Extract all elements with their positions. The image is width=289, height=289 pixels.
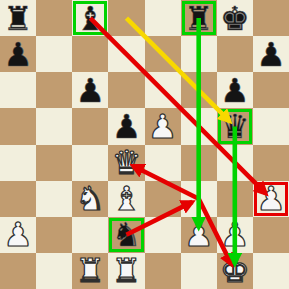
piece-black-queen-g5[interactable]: ♛ (220, 110, 250, 143)
square-e4[interactable] (145, 145, 181, 181)
square-d4[interactable]: ♛ (108, 145, 144, 181)
square-c3[interactable]: ♞ (72, 181, 108, 217)
square-c2[interactable] (72, 217, 108, 253)
piece-black-pawn-a7[interactable]: ♟ (3, 38, 33, 71)
piece-black-pawn-c6[interactable]: ♟ (76, 74, 106, 107)
piece-black-king-g8[interactable]: ♚ (220, 2, 250, 35)
square-g5[interactable]: ♛ (217, 108, 253, 144)
square-e1[interactable] (145, 253, 181, 289)
piece-black-bishop-c8[interactable]: ♝ (76, 2, 106, 35)
piece-black-pawn-g6[interactable]: ♟ (220, 74, 250, 107)
piece-white-pawn-g2[interactable]: ♟ (220, 218, 250, 251)
square-g8[interactable]: ♚ (217, 0, 253, 36)
piece-black-pawn-h7[interactable]: ♟ (256, 38, 286, 71)
square-h7[interactable]: ♟ (253, 36, 289, 72)
square-e7[interactable] (145, 36, 181, 72)
square-d3[interactable]: ♝ (108, 181, 144, 217)
square-f6[interactable] (181, 72, 217, 108)
piece-white-pawn-a2[interactable]: ♟ (3, 218, 33, 251)
square-a7[interactable]: ♟ (0, 36, 36, 72)
square-b6[interactable] (36, 72, 72, 108)
piece-black-pawn-d5[interactable]: ♟ (112, 110, 142, 143)
square-f3[interactable] (181, 181, 217, 217)
square-d1[interactable]: ♜ (108, 253, 144, 289)
square-b4[interactable] (36, 145, 72, 181)
square-f8[interactable]: ♜ (181, 0, 217, 36)
piece-black-rook-f8[interactable]: ♜ (184, 2, 214, 35)
square-g1[interactable]: ♚ (217, 253, 253, 289)
square-f4[interactable] (181, 145, 217, 181)
square-d5[interactable]: ♟ (108, 108, 144, 144)
square-a3[interactable] (0, 181, 36, 217)
square-c8[interactable]: ♝ (72, 0, 108, 36)
square-f7[interactable] (181, 36, 217, 72)
square-e8[interactable] (145, 0, 181, 36)
piece-white-queen-d4[interactable]: ♛ (112, 146, 142, 179)
piece-black-knight-d2[interactable]: ♞ (112, 218, 142, 251)
square-c1[interactable]: ♜ (72, 253, 108, 289)
square-a5[interactable] (0, 108, 36, 144)
piece-white-pawn-f2[interactable]: ♟ (184, 218, 214, 251)
square-g4[interactable] (217, 145, 253, 181)
square-f2[interactable]: ♟ (181, 217, 217, 253)
piece-white-knight-c3[interactable]: ♞ (76, 182, 106, 215)
square-c5[interactable] (72, 108, 108, 144)
square-d2[interactable]: ♞ (108, 217, 144, 253)
square-c7[interactable] (72, 36, 108, 72)
square-a8[interactable]: ♜ (0, 0, 36, 36)
square-d7[interactable] (108, 36, 144, 72)
piece-white-pawn-e5[interactable]: ♟ (148, 110, 178, 143)
square-c4[interactable] (72, 145, 108, 181)
square-f1[interactable] (181, 253, 217, 289)
square-a2[interactable]: ♟ (0, 217, 36, 253)
square-d6[interactable] (108, 72, 144, 108)
square-b1[interactable] (36, 253, 72, 289)
square-b8[interactable] (36, 0, 72, 36)
square-a6[interactable] (0, 72, 36, 108)
square-g7[interactable] (217, 36, 253, 72)
square-c6[interactable]: ♟ (72, 72, 108, 108)
square-h2[interactable] (253, 217, 289, 253)
square-h1[interactable] (253, 253, 289, 289)
board-grid: ♜♝♜♚♟♟♟♟♟♟♛♛♞♝♟♟♞♟♟♜♜♚ (0, 0, 289, 289)
square-h3[interactable]: ♟ (253, 181, 289, 217)
piece-white-rook-c1[interactable]: ♜ (76, 254, 106, 287)
piece-white-rook-d1[interactable]: ♜ (112, 254, 142, 287)
square-h8[interactable] (253, 0, 289, 36)
square-b2[interactable] (36, 217, 72, 253)
square-e2[interactable] (145, 217, 181, 253)
piece-white-bishop-d3[interactable]: ♝ (112, 182, 142, 215)
square-h6[interactable] (253, 72, 289, 108)
chess-board: ♜♝♜♚♟♟♟♟♟♟♛♛♞♝♟♟♞♟♟♜♜♚ (0, 0, 289, 289)
square-h4[interactable] (253, 145, 289, 181)
square-g2[interactable]: ♟ (217, 217, 253, 253)
piece-white-king-g1[interactable]: ♚ (220, 254, 250, 287)
piece-black-rook-a8[interactable]: ♜ (3, 2, 33, 35)
square-b3[interactable] (36, 181, 72, 217)
square-f5[interactable] (181, 108, 217, 144)
square-e3[interactable] (145, 181, 181, 217)
square-b7[interactable] (36, 36, 72, 72)
square-h5[interactable] (253, 108, 289, 144)
square-e6[interactable] (145, 72, 181, 108)
square-d8[interactable] (108, 0, 144, 36)
square-b5[interactable] (36, 108, 72, 144)
square-g6[interactable]: ♟ (217, 72, 253, 108)
piece-white-pawn-h3[interactable]: ♟ (256, 182, 286, 215)
square-e5[interactable]: ♟ (145, 108, 181, 144)
square-a1[interactable] (0, 253, 36, 289)
square-a4[interactable] (0, 145, 36, 181)
square-g3[interactable] (217, 181, 253, 217)
